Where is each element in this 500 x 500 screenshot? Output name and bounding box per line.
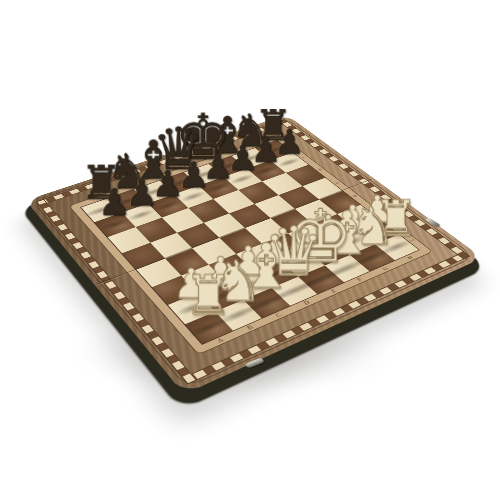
board-perspective: ABCDEFGH87654321♜♞♝♛♚♝♞♜♟♟♟♟♟♟♟♟♟♟♟♟♟♟♟♟… <box>0 0 500 500</box>
metal-latch-icon <box>245 358 265 369</box>
product-photo: ABCDEFGH87654321♜♞♝♛♚♝♞♜♟♟♟♟♟♟♟♟♟♟♟♟♟♟♟♟… <box>0 0 500 500</box>
chess-board: ABCDEFGH87654321♜♞♝♛♚♝♞♜♟♟♟♟♟♟♟♟♟♟♟♟♟♟♟♟… <box>26 115 483 395</box>
